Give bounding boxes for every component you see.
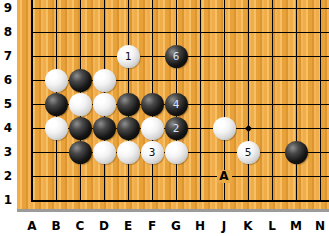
stone-black-E4 [117,117,140,140]
stone-black-C6 [69,69,92,92]
stone-black-M3 [285,141,308,164]
stone-black-E5 [117,93,140,116]
stone-white-D6 [93,69,116,92]
stone-white-E7: 1 [117,45,140,68]
stone-white-J4 [213,117,236,140]
stone-white-B4 [45,117,68,140]
move-number-label: 5 [237,141,260,164]
grid-line-col-N [320,0,321,202]
column-coordinate-label-J: J [214,219,234,234]
row-coordinate-label-1: 1 [0,192,16,208]
grid-line-col-M [296,0,297,202]
move-number-label: 2 [165,117,188,140]
grid-line-row-2 [31,176,329,177]
row-coordinate-label-8: 8 [0,24,16,40]
column-coordinate-label-M: M [286,219,306,234]
stone-black-C3 [69,141,92,164]
grid-line-col-A [31,0,33,202]
grid-line-row-8 [31,32,329,33]
row-coordinate-label-5: 5 [0,96,16,112]
column-coordinate-label-H: H [190,219,210,234]
grid-line-row-9 [31,8,329,9]
column-coordinate-label-N: N [310,219,329,234]
column-coordinate-label-G: G [166,219,186,234]
column-coordinate-label-K: K [238,219,258,234]
row-coordinate-label-7: 7 [0,48,16,64]
grid-line-col-H [200,0,201,202]
row-coordinate-label-6: 6 [0,72,16,88]
grid-line-row-1 [31,200,329,202]
stone-black-G7: 6 [165,45,188,68]
move-number-label: 3 [141,141,164,164]
row-coordinate-label-4: 4 [0,120,16,136]
stone-white-D3 [93,141,116,164]
move-number-label: 4 [165,93,188,116]
stone-black-G4: 2 [165,117,188,140]
move-number-label: 1 [117,45,140,68]
stone-black-G5: 4 [165,93,188,116]
stone-white-C5 [69,93,92,116]
stone-white-G3 [165,141,188,164]
stone-black-C4 [69,117,92,140]
stone-white-K3: 5 [237,141,260,164]
column-coordinate-label-C: C [70,219,90,234]
board-shadow-edge [17,209,329,212]
column-coordinate-label-B: B [46,219,66,234]
stone-black-B5 [45,93,68,116]
go-diagram: 987654321ABCDEFGHJKLMN 164235A [0,0,329,236]
grid-line-col-L [272,0,273,202]
stone-white-E3 [117,141,140,164]
row-coordinate-label-3: 3 [0,144,16,160]
column-coordinate-label-L: L [262,219,282,234]
row-coordinate-label-2: 2 [0,168,16,184]
annotation-marker-A: A [217,170,232,183]
column-coordinate-label-E: E [118,219,138,234]
column-coordinate-label-F: F [142,219,162,234]
move-number-label: 6 [165,45,188,68]
column-coordinate-label-D: D [94,219,114,234]
row-coordinate-label-9: 9 [0,0,16,16]
stone-white-F3: 3 [141,141,164,164]
stone-black-F5 [141,93,164,116]
stone-white-B6 [45,69,68,92]
stone-white-D5 [93,93,116,116]
stone-white-F4 [141,117,164,140]
stone-black-D4 [93,117,116,140]
column-coordinate-label-A: A [22,219,42,234]
grid-line-col-K [248,0,249,202]
